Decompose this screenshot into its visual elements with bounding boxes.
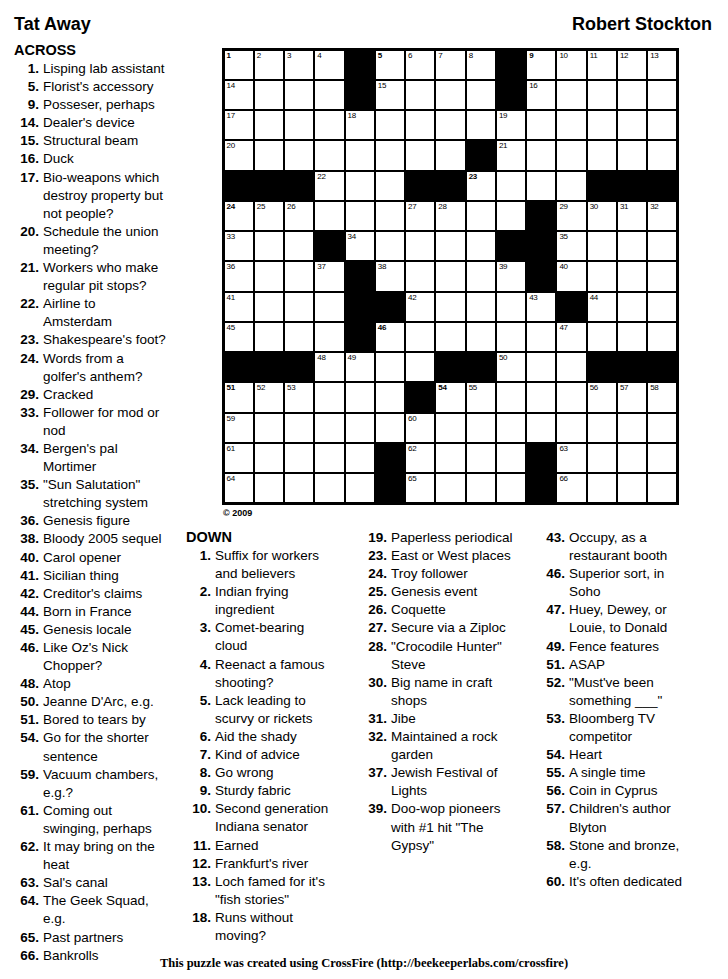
grid-cell-r9c8[interactable] — [436, 293, 464, 321]
grid-cell-r3c11[interactable] — [527, 111, 555, 139]
across-clue-33: 33.Follower for mod ornod — [14, 404, 182, 440]
across-clue-1: 1.Lisping lab assistant — [14, 60, 182, 78]
down-clue-6: 6.Aid the shady — [186, 728, 358, 746]
grid-cell-r13c9[interactable] — [467, 414, 495, 442]
across-clue-16: 16.Duck — [14, 150, 182, 168]
grid-cell-r2c14[interactable] — [618, 81, 646, 109]
grid-cell-r6c2[interactable]: 25 — [255, 202, 283, 230]
grid-cell-r14c11 — [527, 444, 555, 472]
grid-cell-r4c8[interactable] — [436, 141, 464, 169]
grid-cell-r2c13[interactable] — [588, 81, 616, 109]
grid-cell-r14c4[interactable] — [315, 444, 343, 472]
grid-cell-r12c15[interactable]: 58 — [648, 383, 676, 411]
clue-number: 32. — [362, 728, 387, 764]
grid-cell-r12c14[interactable]: 57 — [618, 383, 646, 411]
clue-text: Coin in Cyprus — [569, 782, 722, 800]
cell-number: 34 — [348, 233, 356, 241]
grid-cell-r11c6[interactable] — [376, 353, 404, 381]
down-clue-9: 9.Sturdy fabric — [186, 782, 358, 800]
grid-cell-r11c3 — [285, 353, 313, 381]
cell-number: 40 — [559, 263, 567, 271]
grid-cell-r15c8[interactable] — [436, 474, 464, 502]
grid-cell-r8c6[interactable]: 38 — [376, 262, 404, 290]
cell-number: 49 — [348, 354, 356, 362]
grid-cell-r14c1[interactable]: 61 — [225, 444, 253, 472]
grid-cell-r15c9[interactable] — [467, 474, 495, 502]
grid-cell-r9c11[interactable]: 43 — [527, 293, 555, 321]
grid-cell-r1c8[interactable]: 7 — [436, 51, 464, 79]
grid-cell-r7c15[interactable] — [648, 232, 676, 260]
grid-cell-r6c15[interactable]: 32 — [648, 202, 676, 230]
clue-text: Born in France — [43, 603, 182, 621]
grid-cell-r13c13[interactable] — [588, 414, 616, 442]
down-clue-25: 25.Genesis event — [362, 583, 534, 601]
grid-cell-r4c11[interactable] — [527, 141, 555, 169]
down-clue-11: 11.Earned — [186, 837, 358, 855]
grid-cell-r7c6[interactable] — [376, 232, 404, 260]
grid-cell-r3c14[interactable] — [618, 111, 646, 139]
grid-cell-r9c3[interactable] — [285, 293, 313, 321]
across-clue-42: 42.Creditor's claims — [14, 585, 182, 603]
clue-text: Follower for mod ornod — [43, 404, 182, 440]
crossword-page: Tat Away Robert Stockton ACROSS 1.Lispin… — [0, 0, 728, 979]
grid-cell-r1c3[interactable]: 3 — [285, 51, 313, 79]
grid-cell-r13c5[interactable] — [346, 414, 374, 442]
grid-cell-r3c3[interactable] — [285, 111, 313, 139]
grid-cell-r8c8[interactable] — [436, 262, 464, 290]
clue-number: 18. — [186, 909, 211, 945]
down-clue-53: 53.Bloomberg TVcompetitor — [540, 710, 722, 746]
down-clue-60: 60.It's often dedicated — [540, 873, 722, 891]
clue-number: 60. — [540, 873, 565, 891]
grid-cell-r2c4[interactable] — [315, 81, 343, 109]
grid-cell-r4c2[interactable] — [255, 141, 283, 169]
down-clue-58: 58.Stone and bronze,e.g. — [540, 837, 722, 873]
clue-number: 31. — [362, 710, 387, 728]
grid-cell-r12c13[interactable]: 56 — [588, 383, 616, 411]
cell-number: 56 — [590, 384, 598, 392]
grid-cell-r11c4[interactable]: 48 — [315, 353, 343, 381]
across-clue-29: 29.Cracked — [14, 386, 182, 404]
grid-cell-r12c6[interactable] — [376, 383, 404, 411]
grid-cell-r11c11[interactable] — [527, 353, 555, 381]
cell-number: 22 — [317, 173, 325, 181]
grid-cell-r6c6[interactable] — [376, 202, 404, 230]
grid-cell-r12c8[interactable]: 54 — [436, 383, 464, 411]
cell-number: 11 — [590, 52, 598, 60]
grid-cell-r8c14[interactable] — [618, 262, 646, 290]
grid-cell-r4c10[interactable]: 21 — [497, 141, 525, 169]
clue-text: Like Oz's NickChopper? — [43, 639, 182, 675]
grid-cell-r10c12[interactable]: 47 — [557, 323, 585, 351]
grid-cell-r15c2[interactable] — [255, 474, 283, 502]
grid-cell-r8c7[interactable] — [406, 262, 434, 290]
clue-number: 25. — [362, 583, 387, 601]
grid-cell-r15c1[interactable]: 64 — [225, 474, 253, 502]
cell-number: 37 — [317, 263, 325, 271]
down-clue-19: 19.Paperless periodical — [362, 529, 534, 547]
grid-cell-r4c1[interactable]: 20 — [225, 141, 253, 169]
grid-cell-r10c3[interactable] — [285, 323, 313, 351]
grid-cell-r15c10[interactable] — [497, 474, 525, 502]
grid-cell-r2c3[interactable] — [285, 81, 313, 109]
down-clue-13: 13.Loch famed for it's"fish stories" — [186, 873, 358, 909]
grid-cell-r7c13[interactable] — [588, 232, 616, 260]
across-clue-35: 35."Sun Salutation"stretching system — [14, 476, 182, 512]
cell-number: 65 — [408, 475, 416, 483]
grid-cell-r13c7[interactable]: 60 — [406, 414, 434, 442]
grid-cell-r13c4[interactable] — [315, 414, 343, 442]
grid-cell-r14c15[interactable] — [648, 444, 676, 472]
grid-cell-r10c7[interactable] — [406, 323, 434, 351]
grid-cell-r9c5 — [346, 293, 374, 321]
grid-cell-r2c11[interactable]: 16 — [527, 81, 555, 109]
grid-cell-r1c13[interactable]: 11 — [588, 51, 616, 79]
grid-cell-r10c2[interactable] — [255, 323, 283, 351]
clue-number: 33. — [14, 404, 39, 440]
grid-cell-r14c3[interactable] — [285, 444, 313, 472]
puzzle-author: Robert Stockton — [572, 14, 712, 35]
clue-text: Kind of advice — [215, 746, 358, 764]
grid-cell-r7c10 — [497, 232, 525, 260]
clue-number: 1. — [186, 547, 211, 583]
grid-cell-r5c11[interactable] — [527, 172, 555, 200]
grid-cell-r2c2[interactable] — [255, 81, 283, 109]
cell-number: 15 — [378, 82, 386, 90]
grid-cell-r1c4[interactable]: 4 — [315, 51, 343, 79]
across-clue-36: 36.Genesis figure — [14, 512, 182, 530]
grid-cell-r2c12[interactable] — [557, 81, 585, 109]
grid-cell-r9c9[interactable] — [467, 293, 495, 321]
grid-cell-r7c14[interactable] — [618, 232, 646, 260]
clue-text: Genesis locale — [43, 621, 182, 639]
grid-cell-r12c11[interactable] — [527, 383, 555, 411]
grid-cell-r4c6[interactable] — [376, 141, 404, 169]
grid-cell-r15c13[interactable] — [588, 474, 616, 502]
grid-cell-r13c15[interactable] — [648, 414, 676, 442]
grid-cell-r1c12[interactable]: 10 — [557, 51, 585, 79]
clue-number: 37. — [362, 764, 387, 800]
grid-cell-r6c8[interactable]: 28 — [436, 202, 464, 230]
cell-number: 1 — [227, 52, 231, 60]
grid-cell-r1c10 — [497, 51, 525, 79]
clue-number: 41. — [14, 567, 39, 585]
grid-cell-r3c1[interactable]: 17 — [225, 111, 253, 139]
grid-cell-r10c9[interactable] — [467, 323, 495, 351]
grid-cell-r3c15[interactable] — [648, 111, 676, 139]
clue-text: Suffix for workersand believers — [215, 547, 358, 583]
across-clue-34: 34.Bergen's palMortimer — [14, 440, 182, 476]
down-clue-56: 56.Coin in Cyprus — [540, 782, 722, 800]
cell-number: 41 — [227, 294, 235, 302]
grid-cell-r10c1[interactable]: 45 — [225, 323, 253, 351]
cell-number: 18 — [348, 112, 356, 120]
grid-cell-r3c4[interactable] — [315, 111, 343, 139]
cell-number: 66 — [559, 475, 567, 483]
clue-text: Atop — [43, 675, 182, 693]
across-clue-24: 24.Words from agolfer's anthem? — [14, 350, 182, 386]
cell-number: 55 — [469, 384, 477, 392]
down-clue-5: 5.Lack leading toscurvy or rickets — [186, 692, 358, 728]
across-clue-63: 63.Sal's canal — [14, 874, 182, 892]
grid-cell-r15c3[interactable] — [285, 474, 313, 502]
clue-text: Children's authorBlyton — [569, 800, 722, 836]
clue-text: Florist's accessory — [43, 78, 182, 96]
grid-cell-r1c9[interactable]: 8 — [467, 51, 495, 79]
grid-cell-r9c15[interactable] — [648, 293, 676, 321]
grid-cell-r13c2[interactable] — [255, 414, 283, 442]
down-clue-39: 39.Doo-wop pioneerswith #1 hit "TheGypsy… — [362, 800, 534, 854]
down-clue-37: 37.Jewish Festival ofLights — [362, 764, 534, 800]
grid-cell-r3c13[interactable] — [588, 111, 616, 139]
cell-number: 3 — [287, 52, 291, 60]
grid-cell-r9c10[interactable] — [497, 293, 525, 321]
grid-cell-r11c5[interactable]: 49 — [346, 353, 374, 381]
clue-text: Troy follower — [391, 565, 534, 583]
grid-cell-r3c12[interactable] — [557, 111, 585, 139]
grid-cell-r8c1[interactable]: 36 — [225, 262, 253, 290]
clue-text: Creditor's claims — [43, 585, 182, 603]
grid-cell-r7c7[interactable] — [406, 232, 434, 260]
grid-cell-r8c4[interactable]: 37 — [315, 262, 343, 290]
grid-cell-r1c7[interactable]: 6 — [406, 51, 434, 79]
clue-text: Cracked — [43, 386, 182, 404]
grid-cell-r1c5 — [346, 51, 374, 79]
cell-number: 62 — [408, 445, 416, 453]
grid-cell-r5c4[interactable]: 22 — [315, 172, 343, 200]
across-clue-46: 46.Like Oz's NickChopper? — [14, 639, 182, 675]
grid-cell-r1c11[interactable]: 9 — [527, 51, 555, 79]
grid-cell-r1c15[interactable]: 13 — [648, 51, 676, 79]
grid-cell-r2c9[interactable] — [467, 81, 495, 109]
grid-cell-r2c15[interactable] — [648, 81, 676, 109]
across-clue-14: 14.Dealer's device — [14, 114, 182, 132]
grid-cell-r2c7[interactable] — [406, 81, 434, 109]
grid-cell-r9c2[interactable] — [255, 293, 283, 321]
grid-cell-r12c3[interactable]: 53 — [285, 383, 313, 411]
grid-cell-r13c10[interactable] — [497, 414, 525, 442]
grid-cell-r14c12[interactable]: 63 — [557, 444, 585, 472]
grid-cell-r15c4[interactable] — [315, 474, 343, 502]
grid-cell-r14c2[interactable] — [255, 444, 283, 472]
grid-cell-r6c1[interactable]: 24 — [225, 202, 253, 230]
cell-number: 17 — [227, 112, 235, 120]
across-header: ACROSS — [14, 42, 76, 58]
grid-cell-r4c4[interactable] — [315, 141, 343, 169]
grid-cell-r9c14[interactable] — [618, 293, 646, 321]
grid-cell-r15c14[interactable] — [618, 474, 646, 502]
clue-text: Bloody 2005 sequel — [43, 530, 182, 548]
grid-cell-r7c9[interactable] — [467, 232, 495, 260]
grid-cell-r8c10[interactable]: 39 — [497, 262, 525, 290]
grid-cell-r8c15[interactable] — [648, 262, 676, 290]
grid-cell-r3c5[interactable]: 18 — [346, 111, 374, 139]
grid-cell-r14c10[interactable] — [497, 444, 525, 472]
grid-cell-r10c6[interactable]: 46 — [376, 323, 404, 351]
grid-cell-r4c5[interactable] — [346, 141, 374, 169]
across-clue-59: 59.Vacuum chambers,e.g.? — [14, 766, 182, 802]
clue-text: It may bring on theheat — [43, 838, 182, 874]
grid-cell-r15c7[interactable]: 65 — [406, 474, 434, 502]
grid-cell-r13c12[interactable] — [557, 414, 585, 442]
grid-cell-r12c12[interactable] — [557, 383, 585, 411]
grid-cell-r14c8[interactable] — [436, 444, 464, 472]
grid-cell-r11c10[interactable]: 50 — [497, 353, 525, 381]
cell-number: 9 — [529, 52, 533, 60]
grid-cell-r10c13[interactable] — [588, 323, 616, 351]
grid-cell-r3c7[interactable] — [406, 111, 434, 139]
grid-cell-r7c2[interactable] — [255, 232, 283, 260]
grid-cell-r12c2[interactable]: 52 — [255, 383, 283, 411]
grid-cell-r12c9[interactable]: 55 — [467, 383, 495, 411]
grid-cell-r6c10[interactable] — [497, 202, 525, 230]
grid-cell-r4c3[interactable] — [285, 141, 313, 169]
clue-number: 46. — [14, 639, 39, 675]
grid-cell-r1c2[interactable]: 2 — [255, 51, 283, 79]
grid-cell-r2c1[interactable]: 14 — [225, 81, 253, 109]
grid-cell-r11c2 — [255, 353, 283, 381]
grid-cell-r5c5[interactable] — [346, 172, 374, 200]
clue-number: 2. — [186, 583, 211, 619]
down-clue-28: 28."Crocodile Hunter"Steve — [362, 638, 534, 674]
clue-text: Big name in craftshops — [391, 674, 534, 710]
grid-cell-r3c8[interactable] — [436, 111, 464, 139]
grid-cell-r2c8[interactable] — [436, 81, 464, 109]
grid-cell-r8c3[interactable] — [285, 262, 313, 290]
down-clue-24: 24.Troy follower — [362, 565, 534, 583]
grid-cell-r10c4[interactable] — [315, 323, 343, 351]
grid-cell-r6c5[interactable] — [346, 202, 374, 230]
grid-cell-r13c8[interactable] — [436, 414, 464, 442]
grid-cell-r4c13[interactable] — [588, 141, 616, 169]
across-clue-17: 17.Bio-weapons whichdestroy property but… — [14, 169, 182, 223]
grid-cell-r10c14[interactable] — [618, 323, 646, 351]
cell-number: 51 — [227, 384, 235, 392]
grid-cell-r14c7[interactable]: 62 — [406, 444, 434, 472]
grid-cell-r1c6[interactable]: 5 — [376, 51, 404, 79]
grid-cell-r11c13 — [588, 353, 616, 381]
grid-cell-r9c13[interactable]: 44 — [588, 293, 616, 321]
grid-cell-r12c4[interactable] — [315, 383, 343, 411]
grid-cell-r5c6[interactable] — [376, 172, 404, 200]
clue-text: Jeanne D'Arc, e.g. — [43, 693, 182, 711]
clue-number: 51. — [14, 711, 39, 729]
clue-text: Airline toAmsterdam — [43, 295, 182, 331]
cell-number: 19 — [499, 112, 507, 120]
grid-cell-r7c4 — [315, 232, 343, 260]
grid-cell-r10c8[interactable] — [436, 323, 464, 351]
grid-cell-r5c12[interactable] — [557, 172, 585, 200]
grid-cell-r3c9[interactable] — [467, 111, 495, 139]
grid-cell-r13c11[interactable] — [527, 414, 555, 442]
grid-cell-r1c14[interactable]: 12 — [618, 51, 646, 79]
clue-number: 56. — [540, 782, 565, 800]
grid-cell-r14c13[interactable] — [588, 444, 616, 472]
grid-cell-r15c5[interactable] — [346, 474, 374, 502]
grid-cell-r10c15[interactable] — [648, 323, 676, 351]
grid-cell-r12c7 — [406, 383, 434, 411]
crossword-grid: 1234567891011121314151617181920212223242… — [222, 48, 679, 505]
grid-cell-r9c7[interactable]: 42 — [406, 293, 434, 321]
grid-cell-r3c6[interactable] — [376, 111, 404, 139]
grid-cell-r12c5[interactable] — [346, 383, 374, 411]
grid-cell-r9c1[interactable]: 41 — [225, 293, 253, 321]
grid-cell-r3c10[interactable]: 19 — [497, 111, 525, 139]
grid-cell-r13c1[interactable]: 59 — [225, 414, 253, 442]
clue-number: 54. — [540, 746, 565, 764]
grid-cell-r14c14[interactable] — [618, 444, 646, 472]
cell-number: 29 — [559, 203, 567, 211]
grid-cell-r1c1[interactable]: 1 — [225, 51, 253, 79]
grid-cell-r7c8[interactable] — [436, 232, 464, 260]
clue-text: Jibe — [391, 710, 534, 728]
grid-cell-r6c3[interactable]: 26 — [285, 202, 313, 230]
grid-cell-r6c9[interactable] — [467, 202, 495, 230]
grid-cell-r14c9[interactable] — [467, 444, 495, 472]
grid-cell-r13c14[interactable] — [618, 414, 646, 442]
grid-cell-r9c4[interactable] — [315, 293, 343, 321]
clue-number: 65. — [14, 929, 39, 947]
grid-cell-r15c15[interactable] — [648, 474, 676, 502]
grid-cell-r5c10[interactable] — [497, 172, 525, 200]
grid-cell-r14c5[interactable] — [346, 444, 374, 472]
grid-cell-r8c12[interactable]: 40 — [557, 262, 585, 290]
grid-cell-r15c12[interactable]: 66 — [557, 474, 585, 502]
clue-text: Dealer's device — [43, 114, 182, 132]
clue-number: 53. — [540, 710, 565, 746]
clue-text: "Crocodile Hunter"Steve — [391, 638, 534, 674]
grid-cell-r2c6[interactable]: 15 — [376, 81, 404, 109]
grid-cell-r12c1[interactable]: 51 — [225, 383, 253, 411]
grid-cell-r6c4[interactable] — [315, 202, 343, 230]
cell-number: 14 — [227, 82, 235, 90]
down-clue-list-2: 19.Paperless periodical23.East or West p… — [362, 529, 534, 855]
grid-cell-r6c14[interactable]: 31 — [618, 202, 646, 230]
grid-cell-r4c14[interactable] — [618, 141, 646, 169]
grid-cell-r7c3[interactable] — [285, 232, 313, 260]
grid-cell-r12c10[interactable] — [497, 383, 525, 411]
grid-cell-r7c1[interactable]: 33 — [225, 232, 253, 260]
clue-text: Posseser, perhaps — [43, 96, 182, 114]
grid-cell-r3c2[interactable] — [255, 111, 283, 139]
grid-cell-r4c12[interactable] — [557, 141, 585, 169]
grid-cell-r4c15[interactable] — [648, 141, 676, 169]
cell-number: 7 — [438, 52, 442, 60]
grid-cell-r8c13[interactable] — [588, 262, 616, 290]
grid-cell-r11c7[interactable] — [406, 353, 434, 381]
grid-cell-r8c11 — [527, 262, 555, 290]
clue-number: 61. — [14, 802, 39, 838]
across-clue-50: 50.Jeanne D'Arc, e.g. — [14, 693, 182, 711]
grid-cell-r8c9[interactable] — [467, 262, 495, 290]
grid-cell-r7c12[interactable]: 35 — [557, 232, 585, 260]
grid-cell-r6c12[interactable]: 29 — [557, 202, 585, 230]
grid-cell-r10c11[interactable] — [527, 323, 555, 351]
grid-cell-r4c7[interactable] — [406, 141, 434, 169]
grid-cell-r13c6[interactable] — [376, 414, 404, 442]
grid-cell-r6c7[interactable]: 27 — [406, 202, 434, 230]
grid-cell-r11c12[interactable] — [557, 353, 585, 381]
grid-cell-r5c9[interactable]: 23 — [467, 172, 495, 200]
grid-cell-r13c3[interactable] — [285, 414, 313, 442]
grid-cell-r6c13[interactable]: 30 — [588, 202, 616, 230]
clue-number: 34. — [14, 440, 39, 476]
down-clue-18: 18.Runs withoutmoving? — [186, 909, 358, 945]
grid-cell-r7c5[interactable]: 34 — [346, 232, 374, 260]
grid-cell-r8c2[interactable] — [255, 262, 283, 290]
grid-cell-r10c10[interactable] — [497, 323, 525, 351]
across-clue-40: 40.Carol opener — [14, 549, 182, 567]
